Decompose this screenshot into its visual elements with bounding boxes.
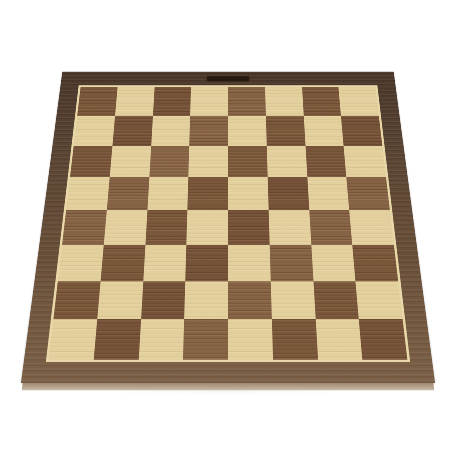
square-g7[interactable] bbox=[303, 116, 343, 146]
square-a1[interactable] bbox=[49, 319, 97, 359]
square-g8[interactable] bbox=[302, 87, 341, 116]
brand-plaque bbox=[206, 76, 249, 82]
square-f8[interactable] bbox=[265, 87, 304, 116]
square-c4[interactable] bbox=[145, 210, 187, 245]
square-h4[interactable] bbox=[349, 210, 394, 245]
square-e6[interactable] bbox=[228, 146, 267, 177]
square-h6[interactable] bbox=[344, 146, 386, 177]
photo-background bbox=[0, 0, 450, 450]
square-g4[interactable] bbox=[309, 210, 352, 245]
square-a2[interactable] bbox=[53, 281, 100, 319]
square-d6[interactable] bbox=[189, 146, 228, 177]
square-h8[interactable] bbox=[339, 87, 379, 116]
square-f6[interactable] bbox=[267, 146, 307, 177]
square-c6[interactable] bbox=[149, 146, 189, 177]
square-b6[interactable] bbox=[110, 146, 151, 177]
square-g3[interactable] bbox=[311, 245, 356, 281]
square-d8[interactable] bbox=[190, 87, 228, 116]
square-g6[interactable] bbox=[305, 146, 346, 177]
square-f4[interactable] bbox=[268, 210, 310, 245]
square-a7[interactable] bbox=[74, 116, 115, 146]
square-h1[interactable] bbox=[359, 319, 407, 359]
square-f2[interactable] bbox=[271, 281, 316, 319]
square-f1[interactable] bbox=[272, 319, 318, 359]
square-e1[interactable] bbox=[228, 319, 273, 359]
square-e4[interactable] bbox=[228, 210, 269, 245]
square-c8[interactable] bbox=[153, 87, 192, 116]
square-d3[interactable] bbox=[185, 245, 228, 281]
square-c3[interactable] bbox=[143, 245, 187, 281]
square-b4[interactable] bbox=[104, 210, 147, 245]
square-f7[interactable] bbox=[266, 116, 305, 146]
square-a4[interactable] bbox=[62, 210, 107, 245]
square-f5[interactable] bbox=[267, 177, 308, 210]
square-b2[interactable] bbox=[97, 281, 143, 319]
square-a3[interactable] bbox=[58, 245, 104, 281]
board-squares bbox=[46, 85, 410, 362]
square-g5[interactable] bbox=[307, 177, 349, 210]
square-a8[interactable] bbox=[77, 87, 117, 116]
square-a6[interactable] bbox=[70, 146, 112, 177]
square-e8[interactable] bbox=[228, 87, 266, 116]
square-h2[interactable] bbox=[356, 281, 403, 319]
square-c7[interactable] bbox=[151, 116, 190, 146]
square-e2[interactable] bbox=[228, 281, 272, 319]
square-g2[interactable] bbox=[313, 281, 359, 319]
square-g1[interactable] bbox=[315, 319, 362, 359]
square-d4[interactable] bbox=[187, 210, 228, 245]
square-b3[interactable] bbox=[100, 245, 145, 281]
square-h3[interactable] bbox=[352, 245, 398, 281]
chess-board bbox=[21, 72, 435, 383]
square-b1[interactable] bbox=[93, 319, 140, 359]
square-b7[interactable] bbox=[112, 116, 152, 146]
square-a5[interactable] bbox=[66, 177, 109, 210]
square-c1[interactable] bbox=[138, 319, 184, 359]
board-side-edge bbox=[22, 383, 435, 390]
square-h5[interactable] bbox=[346, 177, 389, 210]
square-d1[interactable] bbox=[183, 319, 228, 359]
board-frame bbox=[21, 72, 435, 383]
square-d7[interactable] bbox=[189, 116, 228, 146]
square-d2[interactable] bbox=[184, 281, 228, 319]
square-c5[interactable] bbox=[147, 177, 188, 210]
square-c2[interactable] bbox=[141, 281, 186, 319]
square-e5[interactable] bbox=[228, 177, 268, 210]
square-e3[interactable] bbox=[228, 245, 271, 281]
square-h7[interactable] bbox=[341, 116, 382, 146]
square-b8[interactable] bbox=[115, 87, 154, 116]
square-f3[interactable] bbox=[269, 245, 313, 281]
square-e7[interactable] bbox=[228, 116, 267, 146]
square-d5[interactable] bbox=[188, 177, 228, 210]
square-b5[interactable] bbox=[107, 177, 149, 210]
